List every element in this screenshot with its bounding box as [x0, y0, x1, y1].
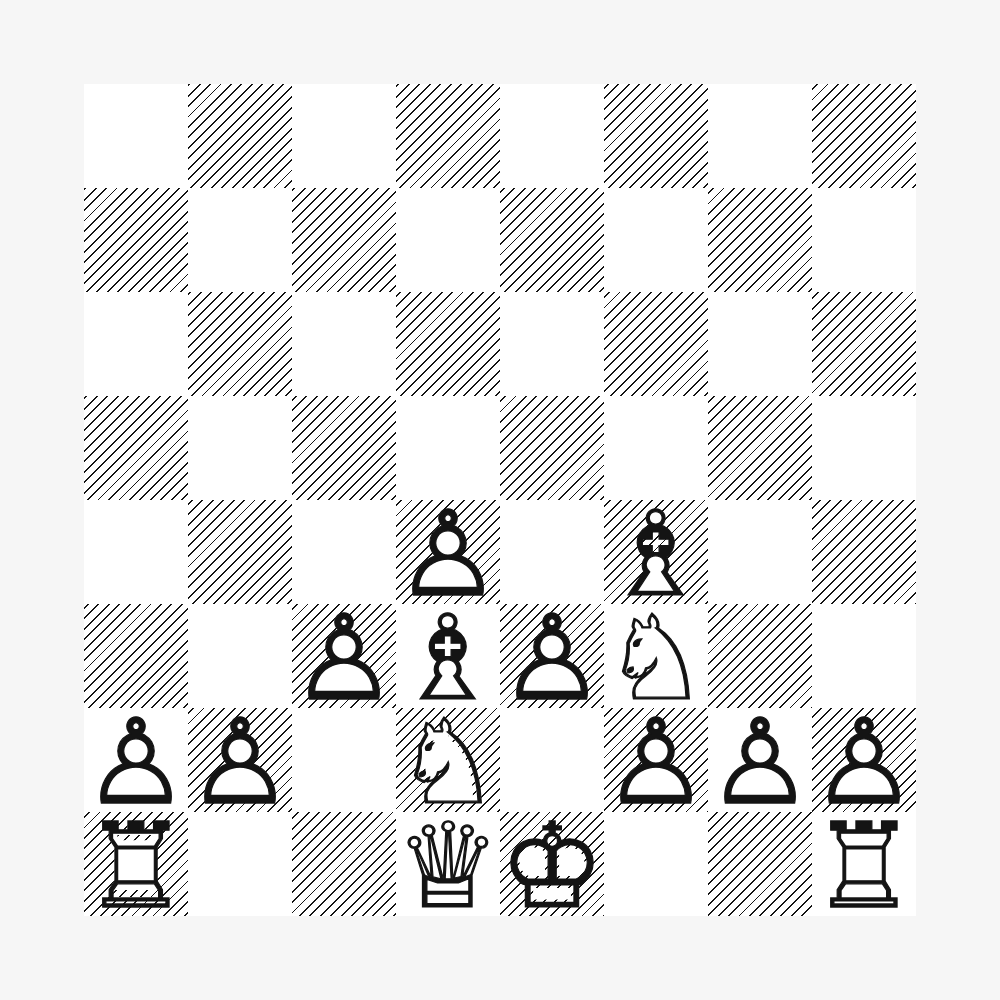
chess-board: ♟♙♝♗♟♙♝♗♟♙♞♘♟♙♟♙♞♘♟♙♟♙♟♙♜♖♛♕♚♔♜♖: [84, 84, 916, 916]
square-d7: [396, 188, 500, 292]
square-f2: ♟♙: [604, 708, 708, 812]
square-f8: [604, 84, 708, 188]
square-e6: [500, 292, 604, 396]
square-g6: [708, 292, 812, 396]
white-pawn-icon: ♙: [292, 606, 396, 710]
square-a4: [84, 500, 188, 604]
square-a8: [84, 84, 188, 188]
square-c7: [292, 188, 396, 292]
white-king-e1: ♚♔: [500, 812, 604, 916]
square-c6: [292, 292, 396, 396]
square-g7: [708, 188, 812, 292]
square-a1: ♜♖: [84, 812, 188, 916]
square-a5: [84, 396, 188, 500]
square-b4: [188, 500, 292, 604]
white-pawn-f2: ♟♙: [604, 708, 708, 812]
square-e1: ♚♔: [500, 812, 604, 916]
square-b2: ♟♙: [188, 708, 292, 812]
square-g8: [708, 84, 812, 188]
square-f7: [604, 188, 708, 292]
white-rook-icon: ♖: [84, 814, 188, 918]
square-e7: [500, 188, 604, 292]
square-c1: [292, 812, 396, 916]
white-queen-d1: ♛♕: [396, 812, 500, 916]
square-c3: ♟♙: [292, 604, 396, 708]
square-a6: [84, 292, 188, 396]
square-f1: [604, 812, 708, 916]
square-g4: [708, 500, 812, 604]
white-pawn-g2: ♟♙: [708, 708, 812, 812]
square-e3: ♟♙: [500, 604, 604, 708]
square-a7: [84, 188, 188, 292]
square-h4: [812, 500, 916, 604]
square-b7: [188, 188, 292, 292]
white-rook-h1: ♜♖: [812, 812, 916, 916]
square-d1: ♛♕: [396, 812, 500, 916]
square-b8: [188, 84, 292, 188]
square-c8: [292, 84, 396, 188]
white-queen-icon: ♕: [396, 814, 500, 918]
white-rook-a1: ♜♖: [84, 812, 188, 916]
square-e5: [500, 396, 604, 500]
square-c2: [292, 708, 396, 812]
square-b1: [188, 812, 292, 916]
white-pawn-b2: ♟♙: [188, 708, 292, 812]
white-pawn-icon: ♙: [500, 606, 604, 710]
white-pawn-icon: ♙: [604, 710, 708, 814]
square-h8: [812, 84, 916, 188]
square-g1: [708, 812, 812, 916]
white-rook-icon: ♖: [812, 814, 916, 918]
square-h6: [812, 292, 916, 396]
white-king-icon: ♔: [500, 814, 604, 918]
white-pawn-c3: ♟♙: [292, 604, 396, 708]
square-g2: ♟♙: [708, 708, 812, 812]
square-b5: [188, 396, 292, 500]
white-pawn-icon: ♙: [708, 710, 812, 814]
square-h1: ♜♖: [812, 812, 916, 916]
square-b6: [188, 292, 292, 396]
white-pawn-e3: ♟♙: [500, 604, 604, 708]
square-d8: [396, 84, 500, 188]
white-pawn-icon: ♙: [188, 710, 292, 814]
square-d6: [396, 292, 500, 396]
square-e8: [500, 84, 604, 188]
square-h5: [812, 396, 916, 500]
square-c5: [292, 396, 396, 500]
square-f6: [604, 292, 708, 396]
square-g5: [708, 396, 812, 500]
square-h7: [812, 188, 916, 292]
